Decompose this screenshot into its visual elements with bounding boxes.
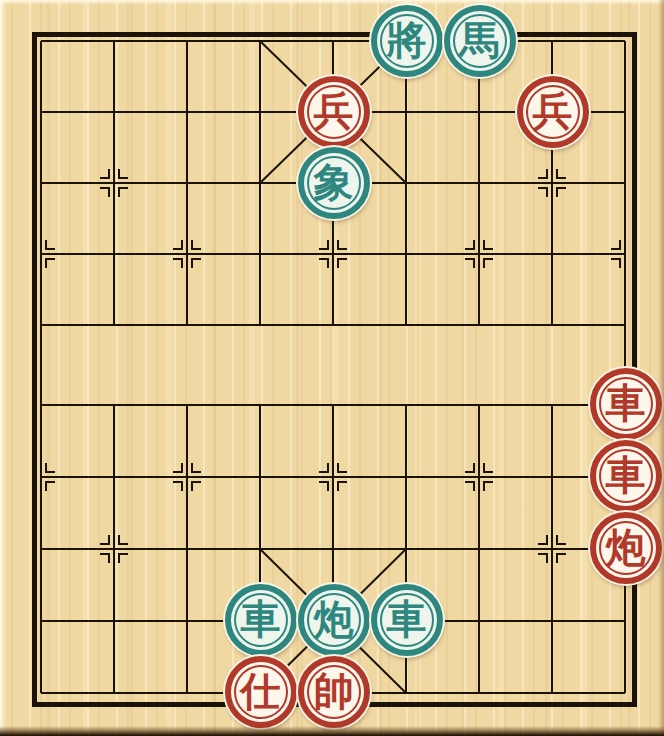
point-1-9[interactable] [78,656,151,728]
point-0-3[interactable] [5,218,78,289]
point-5-8[interactable]: 車 [370,584,443,656]
piece-glyph: 馬 [460,20,500,60]
point-6-0[interactable]: 馬 [443,5,516,76]
point-8-7[interactable]: 炮 [589,512,662,584]
point-0-8[interactable] [5,584,78,656]
point-0-6[interactable] [5,440,78,512]
point-1-0[interactable] [78,5,151,76]
point-5-1[interactable] [370,76,443,147]
piece-glyph: 仕 [241,671,281,711]
piece-red-chariot[interactable]: 車 [590,440,662,512]
piece-red-cannon[interactable]: 炮 [590,512,662,584]
piece-black-general[interactable]: 將 [371,5,443,77]
point-5-2[interactable] [370,147,443,218]
point-2-2[interactable] [151,147,224,218]
piece-red-soldier[interactable]: 兵 [298,76,370,148]
piece-glyph: 車 [606,455,646,495]
point-4-0[interactable] [297,5,370,76]
point-3-4[interactable] [224,289,297,360]
point-8-5[interactable]: 車 [589,368,662,440]
piece-red-general[interactable]: 帥 [298,656,370,728]
point-0-0[interactable] [5,5,78,76]
point-0-2[interactable] [5,147,78,218]
piece-glyph: 帥 [314,671,354,711]
point-5-9[interactable] [370,656,443,728]
piece-inner-ring: 馬 [453,14,507,68]
point-4-6[interactable] [297,440,370,512]
point-1-7[interactable] [78,512,151,584]
point-7-8[interactable] [516,584,589,656]
point-1-8[interactable] [78,584,151,656]
point-3-6[interactable] [224,440,297,512]
point-3-2[interactable] [224,147,297,218]
point-8-1[interactable] [589,76,662,147]
point-2-3[interactable] [151,218,224,289]
point-0-7[interactable] [5,512,78,584]
board-grid: 將馬兵兵象車車炮車炮車仕帥 [5,5,662,728]
point-8-8[interactable] [589,584,662,656]
piece-inner-ring: 將 [380,14,434,68]
point-1-1[interactable] [78,76,151,147]
point-6-6[interactable] [443,440,516,512]
piece-glyph: 兵 [533,91,573,131]
point-3-3[interactable] [224,218,297,289]
point-8-2[interactable] [589,147,662,218]
point-3-0[interactable] [224,5,297,76]
point-4-7[interactable] [297,512,370,584]
piece-black-cannon[interactable]: 炮 [298,584,370,656]
point-3-9[interactable]: 仕 [224,656,297,728]
point-6-5[interactable] [443,368,516,440]
piece-red-advisor[interactable]: 仕 [225,656,297,728]
point-2-6[interactable] [151,440,224,512]
point-6-9[interactable] [443,656,516,728]
point-5-7[interactable] [370,512,443,584]
piece-red-chariot[interactable]: 車 [590,368,662,440]
point-4-9[interactable]: 帥 [297,656,370,728]
point-2-7[interactable] [151,512,224,584]
piece-inner-ring: 炮 [599,521,653,575]
xiangqi-board: 將馬兵兵象車車炮車炮車仕帥 [0,0,664,736]
point-4-2[interactable]: 象 [297,147,370,218]
piece-glyph: 炮 [314,599,354,639]
point-2-0[interactable] [151,5,224,76]
point-5-3[interactable] [370,218,443,289]
point-6-8[interactable] [443,584,516,656]
point-2-4[interactable] [151,289,224,360]
point-2-9[interactable] [151,656,224,728]
piece-inner-ring: 仕 [234,665,288,719]
piece-black-elephant[interactable]: 象 [298,147,370,219]
point-2-5[interactable] [151,368,224,440]
piece-glyph: 兵 [314,91,354,131]
point-6-4[interactable] [443,289,516,360]
point-8-6[interactable]: 車 [589,440,662,512]
point-2-1[interactable] [151,76,224,147]
point-7-6[interactable] [516,440,589,512]
piece-inner-ring: 車 [234,593,288,647]
point-8-0[interactable] [589,5,662,76]
point-5-6[interactable] [370,440,443,512]
piece-black-chariot[interactable]: 車 [225,584,297,656]
piece-inner-ring: 象 [307,156,361,210]
point-1-3[interactable] [78,218,151,289]
point-7-0[interactable] [516,5,589,76]
point-1-4[interactable] [78,289,151,360]
point-1-6[interactable] [78,440,151,512]
point-3-8[interactable]: 車 [224,584,297,656]
point-7-9[interactable] [516,656,589,728]
piece-inner-ring: 兵 [526,85,580,139]
point-7-3[interactable] [516,218,589,289]
point-0-1[interactable] [5,76,78,147]
point-8-3[interactable] [589,218,662,289]
point-4-3[interactable] [297,218,370,289]
piece-glyph: 車 [241,599,281,639]
point-4-8[interactable]: 炮 [297,584,370,656]
point-6-2[interactable] [443,147,516,218]
point-3-1[interactable] [224,76,297,147]
piece-inner-ring: 車 [599,377,653,431]
piece-inner-ring: 兵 [307,85,361,139]
point-0-4[interactable] [5,289,78,360]
point-4-1[interactable]: 兵 [297,76,370,147]
piece-glyph: 炮 [606,527,646,567]
point-1-2[interactable] [78,147,151,218]
point-7-5[interactable] [516,368,589,440]
point-6-7[interactable] [443,512,516,584]
point-8-9[interactable] [589,656,662,728]
piece-black-chariot[interactable]: 車 [371,584,443,656]
point-2-8[interactable] [151,584,224,656]
piece-inner-ring: 車 [599,449,653,503]
piece-glyph: 車 [606,383,646,423]
point-7-1[interactable]: 兵 [516,76,589,147]
point-3-7[interactable] [224,512,297,584]
point-8-4[interactable] [589,289,662,360]
point-1-5[interactable] [78,368,151,440]
piece-glyph: 將 [387,20,427,60]
point-7-2[interactable] [516,147,589,218]
point-3-5[interactable] [224,368,297,440]
point-6-1[interactable] [443,76,516,147]
point-0-9[interactable] [5,656,78,728]
piece-red-soldier[interactable]: 兵 [517,76,589,148]
point-0-5[interactable] [5,368,78,440]
piece-black-horse[interactable]: 馬 [444,5,516,77]
point-5-0[interactable]: 將 [370,5,443,76]
point-5-5[interactable] [370,368,443,440]
point-7-4[interactable] [516,289,589,360]
piece-glyph: 象 [314,162,354,202]
piece-inner-ring: 帥 [307,665,361,719]
piece-glyph: 車 [387,599,427,639]
point-4-4[interactable] [297,289,370,360]
piece-inner-ring: 車 [380,593,434,647]
point-5-4[interactable] [370,289,443,360]
point-4-5[interactable] [297,368,370,440]
piece-inner-ring: 炮 [307,593,361,647]
point-6-3[interactable] [443,218,516,289]
point-7-7[interactable] [516,512,589,584]
